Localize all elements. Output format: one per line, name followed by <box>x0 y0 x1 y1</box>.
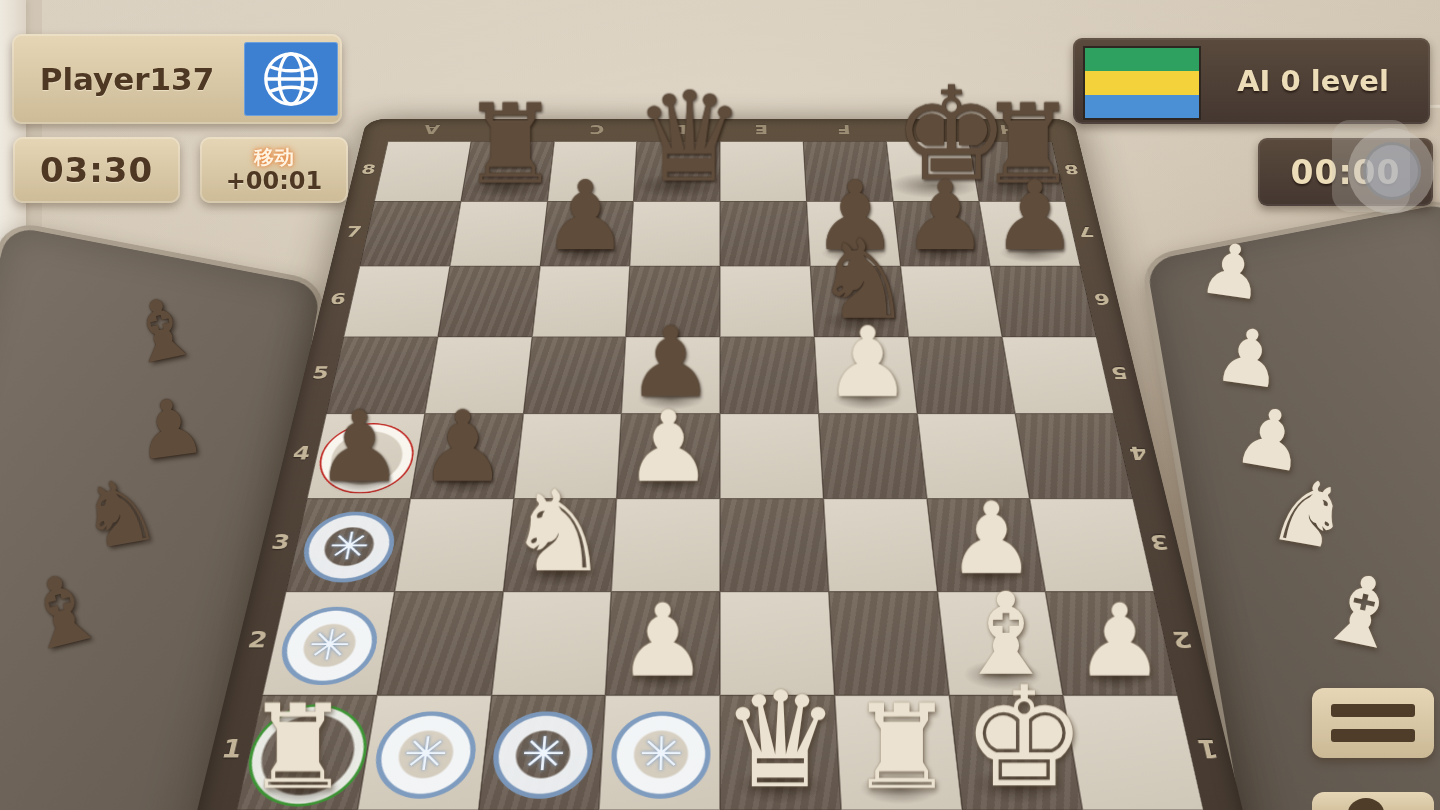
rank-label-6-left: 6 <box>325 290 352 308</box>
square-f5[interactable] <box>814 337 917 414</box>
square-d3[interactable] <box>611 498 720 591</box>
square-b5[interactable] <box>425 337 532 414</box>
square-g2[interactable] <box>937 592 1063 695</box>
player-panel: Player137 <box>12 34 342 124</box>
square-d5[interactable] <box>622 337 720 414</box>
player-name: Player137 <box>12 34 242 124</box>
square-c6[interactable] <box>532 266 630 337</box>
globe-icon <box>260 48 322 110</box>
square-a5[interactable] <box>326 337 438 414</box>
board-squares: ✳✳✳✳✳♜♛♚♜♟♟♟♟♞♟♟♟♟♟♞♟♟♝♟♜♛♜♚ <box>236 142 1203 810</box>
move-bonus-value: +00:01 <box>226 168 323 194</box>
square-f1[interactable] <box>834 695 961 810</box>
gabon-flag-icon <box>1083 46 1201 120</box>
file-label-A: A <box>420 122 443 136</box>
square-b4[interactable] <box>410 414 523 499</box>
rank-label-7-left: 7 <box>341 223 366 239</box>
ai-level-label: AI 0 level <box>1203 38 1423 124</box>
square-f8[interactable] <box>803 142 893 202</box>
move-marker-icon: ✳ <box>638 731 684 778</box>
square-f3[interactable] <box>823 498 937 591</box>
square-c7[interactable] <box>540 201 634 266</box>
square-e3[interactable] <box>720 498 829 591</box>
rank-label-3-left: 3 <box>265 530 296 554</box>
square-e7[interactable] <box>720 201 810 266</box>
rank-label-4-left: 4 <box>287 442 316 463</box>
square-f6[interactable] <box>810 266 908 337</box>
square-e1[interactable] <box>720 695 841 810</box>
file-label-H: H <box>997 122 1020 136</box>
file-label-F: F <box>833 122 854 136</box>
square-b7[interactable] <box>450 201 547 266</box>
square-f4[interactable] <box>818 414 926 499</box>
square-f2[interactable] <box>829 592 949 695</box>
square-f7[interactable] <box>806 201 900 266</box>
file-label-E: E <box>751 122 771 136</box>
move-marker-icon: ✳ <box>304 624 355 666</box>
rank-label-3-right: 3 <box>1144 530 1175 554</box>
square-d8[interactable] <box>634 142 720 202</box>
flag-stripe-yellow <box>1085 71 1199 94</box>
square-h4[interactable] <box>1015 414 1133 499</box>
square-b3[interactable] <box>394 498 513 591</box>
square-h8[interactable] <box>969 142 1066 202</box>
square-g7[interactable] <box>893 201 990 266</box>
rank-label-4-right: 4 <box>1124 442 1153 463</box>
file-label-D: D <box>669 122 689 136</box>
file-label-G: G <box>915 122 937 136</box>
square-c3[interactable] <box>503 498 617 591</box>
clock-ghost-icon-inner <box>1363 142 1421 200</box>
secondary-button-icon <box>1348 798 1384 810</box>
square-d7[interactable] <box>630 201 720 266</box>
square-h5[interactable] <box>1002 337 1114 414</box>
flag-stripe-green <box>1085 48 1199 71</box>
square-e4[interactable] <box>720 414 823 499</box>
square-g1[interactable] <box>949 695 1083 810</box>
square-e2[interactable] <box>720 592 834 695</box>
rank-label-8-right: 8 <box>1059 162 1083 177</box>
menu-icon <box>1331 704 1415 717</box>
square-c2[interactable] <box>491 592 611 695</box>
square-a6[interactable] <box>344 266 450 337</box>
square-h3[interactable] <box>1030 498 1154 591</box>
square-g3[interactable] <box>926 498 1045 591</box>
ai-panel: AI 0 level <box>1073 38 1430 124</box>
rank-label-7-right: 7 <box>1073 223 1098 239</box>
square-g4[interactable] <box>917 414 1030 499</box>
square-a8[interactable] <box>374 142 471 202</box>
square-e8[interactable] <box>720 142 806 202</box>
square-b8[interactable] <box>461 142 554 202</box>
square-g5[interactable] <box>908 337 1015 414</box>
square-c8[interactable] <box>547 142 637 202</box>
chess-app-screen: { "game": "chess", "app_title": "Real Ch… <box>0 0 1440 810</box>
move-bonus-panel: 移动 +00:01 <box>200 137 348 203</box>
move-marker-icon: ✳ <box>325 528 373 566</box>
square-e5[interactable] <box>720 337 818 414</box>
move-label: 移动 <box>254 146 294 168</box>
menu-button[interactable] <box>1312 688 1434 758</box>
square-a7[interactable] <box>360 201 461 266</box>
rank-label-8-left: 8 <box>357 162 381 177</box>
square-h2[interactable] <box>1046 592 1178 695</box>
move-marker-icon: ✳ <box>400 731 451 778</box>
square-c4[interactable] <box>514 414 622 499</box>
square-h7[interactable] <box>979 201 1080 266</box>
rank-label-6-right: 6 <box>1089 290 1116 308</box>
flag-stripe-blue <box>1085 95 1199 118</box>
square-d2[interactable] <box>606 592 720 695</box>
square-e6[interactable] <box>720 266 814 337</box>
file-label-C: C <box>586 122 607 136</box>
square-c5[interactable] <box>523 337 626 414</box>
square-d6[interactable] <box>626 266 720 337</box>
secondary-button-partial[interactable] <box>1312 792 1434 810</box>
menu-icon-bar2 <box>1331 729 1415 742</box>
square-g6[interactable] <box>900 266 1002 337</box>
square-b2[interactable] <box>377 592 503 695</box>
file-label-B: B <box>503 122 525 136</box>
square-b6[interactable] <box>438 266 540 337</box>
chess-board: ✳✳✳✳✳♜♛♚♜♟♟♟♟♞♟♟♟♟♟♞♟♟♝♟♜♛♜♚ 88776655443… <box>185 119 1255 810</box>
square-d4[interactable] <box>617 414 720 499</box>
move-marker-icon: ✳ <box>519 731 568 778</box>
player-clock: 03:30 <box>13 137 180 203</box>
online-player-badge <box>244 42 338 116</box>
square-g8[interactable] <box>886 142 979 202</box>
square-h6[interactable] <box>990 266 1096 337</box>
